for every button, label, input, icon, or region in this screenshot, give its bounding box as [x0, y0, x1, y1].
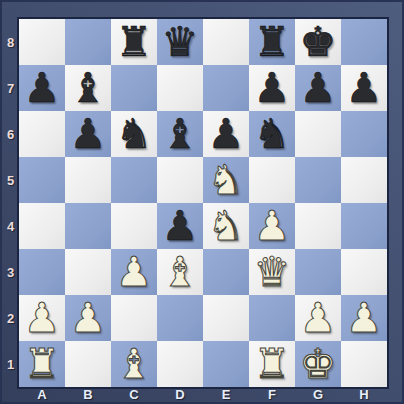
- square-c8[interactable]: ♜: [111, 19, 157, 65]
- square-a6[interactable]: [19, 111, 65, 157]
- file-label-f: F: [249, 387, 295, 402]
- square-f6[interactable]: ♞: [249, 111, 295, 157]
- rank-label-4: 4: [2, 203, 19, 249]
- square-g4[interactable]: [295, 203, 341, 249]
- rank-label-7: 7: [2, 65, 19, 111]
- white-queen-f3[interactable]: ♛: [254, 249, 291, 295]
- rank-label-1: 1: [2, 341, 19, 387]
- chess-diagram-frame: 87654321 ♜♛♜♚♟♝♟♟♟♟♞♝♟♞♞♟♞♟♟♝♛♟♟♟♟♜♝♜♚ A…: [0, 0, 404, 404]
- black-pawn-b6[interactable]: ♟: [70, 111, 107, 157]
- square-e8[interactable]: [203, 19, 249, 65]
- black-pawn-f7[interactable]: ♟: [254, 65, 291, 111]
- square-d8[interactable]: ♛: [157, 19, 203, 65]
- white-knight-e5[interactable]: ♞: [208, 157, 245, 203]
- square-e4[interactable]: ♞: [203, 203, 249, 249]
- square-d7[interactable]: [157, 65, 203, 111]
- square-c1[interactable]: ♝: [111, 341, 157, 387]
- square-a5[interactable]: [19, 157, 65, 203]
- square-a2[interactable]: ♟: [19, 295, 65, 341]
- white-pawn-c3[interactable]: ♟: [116, 249, 153, 295]
- square-g1[interactable]: ♚: [295, 341, 341, 387]
- square-f3[interactable]: ♛: [249, 249, 295, 295]
- square-c4[interactable]: [111, 203, 157, 249]
- black-rook-f8[interactable]: ♜: [254, 19, 291, 65]
- rank-label-6: 6: [2, 111, 19, 157]
- square-g6[interactable]: [295, 111, 341, 157]
- square-a1[interactable]: ♜: [19, 341, 65, 387]
- square-a4[interactable]: [19, 203, 65, 249]
- square-b5[interactable]: [65, 157, 111, 203]
- square-e1[interactable]: [203, 341, 249, 387]
- file-label-d: D: [157, 387, 203, 402]
- square-g8[interactable]: ♚: [295, 19, 341, 65]
- white-pawn-h2[interactable]: ♟: [346, 295, 383, 341]
- square-a8[interactable]: [19, 19, 65, 65]
- black-pawn-e6[interactable]: ♟: [208, 111, 245, 157]
- square-f5[interactable]: [249, 157, 295, 203]
- file-label-e: E: [203, 387, 249, 402]
- black-knight-c6[interactable]: ♞: [116, 111, 153, 157]
- white-rook-a1[interactable]: ♜: [24, 341, 61, 387]
- black-pawn-h7[interactable]: ♟: [346, 65, 383, 111]
- square-h3[interactable]: [341, 249, 387, 295]
- square-c6[interactable]: ♞: [111, 111, 157, 157]
- rank-labels: 87654321: [2, 19, 19, 387]
- file-label-a: A: [19, 387, 65, 402]
- square-f4[interactable]: ♟: [249, 203, 295, 249]
- black-bishop-d6[interactable]: ♝: [162, 111, 199, 157]
- file-label-h: H: [341, 387, 387, 402]
- rank-label-5: 5: [2, 157, 19, 203]
- square-e5[interactable]: ♞: [203, 157, 249, 203]
- square-c5[interactable]: [111, 157, 157, 203]
- file-label-g: G: [295, 387, 341, 402]
- square-b8[interactable]: [65, 19, 111, 65]
- white-bishop-c1[interactable]: ♝: [116, 341, 153, 387]
- square-d3[interactable]: ♝: [157, 249, 203, 295]
- square-h2[interactable]: ♟: [341, 295, 387, 341]
- square-e2[interactable]: [203, 295, 249, 341]
- white-king-g1[interactable]: ♚: [300, 341, 337, 387]
- square-h8[interactable]: [341, 19, 387, 65]
- square-d1[interactable]: [157, 341, 203, 387]
- square-b6[interactable]: ♟: [65, 111, 111, 157]
- black-king-g8[interactable]: ♚: [300, 19, 337, 65]
- square-h5[interactable]: [341, 157, 387, 203]
- square-b7[interactable]: ♝: [65, 65, 111, 111]
- black-queen-d8[interactable]: ♛: [162, 19, 199, 65]
- black-knight-f6[interactable]: ♞: [254, 111, 291, 157]
- square-d6[interactable]: ♝: [157, 111, 203, 157]
- file-label-c: C: [111, 387, 157, 402]
- white-knight-e4[interactable]: ♞: [208, 203, 245, 249]
- file-labels: ABCDEFGH: [19, 387, 387, 402]
- square-a3[interactable]: [19, 249, 65, 295]
- square-b1[interactable]: [65, 341, 111, 387]
- square-g5[interactable]: [295, 157, 341, 203]
- black-rook-c8[interactable]: ♜: [116, 19, 153, 65]
- square-c7[interactable]: [111, 65, 157, 111]
- square-f2[interactable]: [249, 295, 295, 341]
- square-e6[interactable]: ♟: [203, 111, 249, 157]
- black-bishop-b7[interactable]: ♝: [70, 65, 107, 111]
- square-f7[interactable]: ♟: [249, 65, 295, 111]
- white-bishop-d3[interactable]: ♝: [162, 249, 199, 295]
- rank-label-3: 3: [2, 249, 19, 295]
- white-pawn-g2[interactable]: ♟: [300, 295, 337, 341]
- square-f8[interactable]: ♜: [249, 19, 295, 65]
- square-h4[interactable]: [341, 203, 387, 249]
- file-label-b: B: [65, 387, 111, 402]
- rank-label-8: 8: [2, 19, 19, 65]
- square-g7[interactable]: ♟: [295, 65, 341, 111]
- square-b2[interactable]: ♟: [65, 295, 111, 341]
- square-g3[interactable]: [295, 249, 341, 295]
- square-f1[interactable]: ♜: [249, 341, 295, 387]
- square-e3[interactable]: [203, 249, 249, 295]
- black-pawn-d4[interactable]: ♟: [162, 203, 199, 249]
- square-b3[interactable]: [65, 249, 111, 295]
- square-d4[interactable]: ♟: [157, 203, 203, 249]
- square-h6[interactable]: [341, 111, 387, 157]
- black-pawn-g7[interactable]: ♟: [300, 65, 337, 111]
- square-a7[interactable]: ♟: [19, 65, 65, 111]
- square-d2[interactable]: [157, 295, 203, 341]
- black-pawn-a7[interactable]: ♟: [24, 65, 61, 111]
- square-h7[interactable]: ♟: [341, 65, 387, 111]
- square-c2[interactable]: [111, 295, 157, 341]
- white-pawn-b2[interactable]: ♟: [70, 295, 107, 341]
- square-d5[interactable]: [157, 157, 203, 203]
- square-h1[interactable]: [341, 341, 387, 387]
- square-e7[interactable]: [203, 65, 249, 111]
- square-c3[interactable]: ♟: [111, 249, 157, 295]
- white-pawn-f4[interactable]: ♟: [254, 203, 291, 249]
- white-rook-f1[interactable]: ♜: [254, 341, 291, 387]
- chess-board: ♜♛♜♚♟♝♟♟♟♟♞♝♟♞♞♟♞♟♟♝♛♟♟♟♟♜♝♜♚: [19, 19, 387, 387]
- rank-label-2: 2: [2, 295, 19, 341]
- square-g2[interactable]: ♟: [295, 295, 341, 341]
- square-b4[interactable]: [65, 203, 111, 249]
- white-pawn-a2[interactable]: ♟: [24, 295, 61, 341]
